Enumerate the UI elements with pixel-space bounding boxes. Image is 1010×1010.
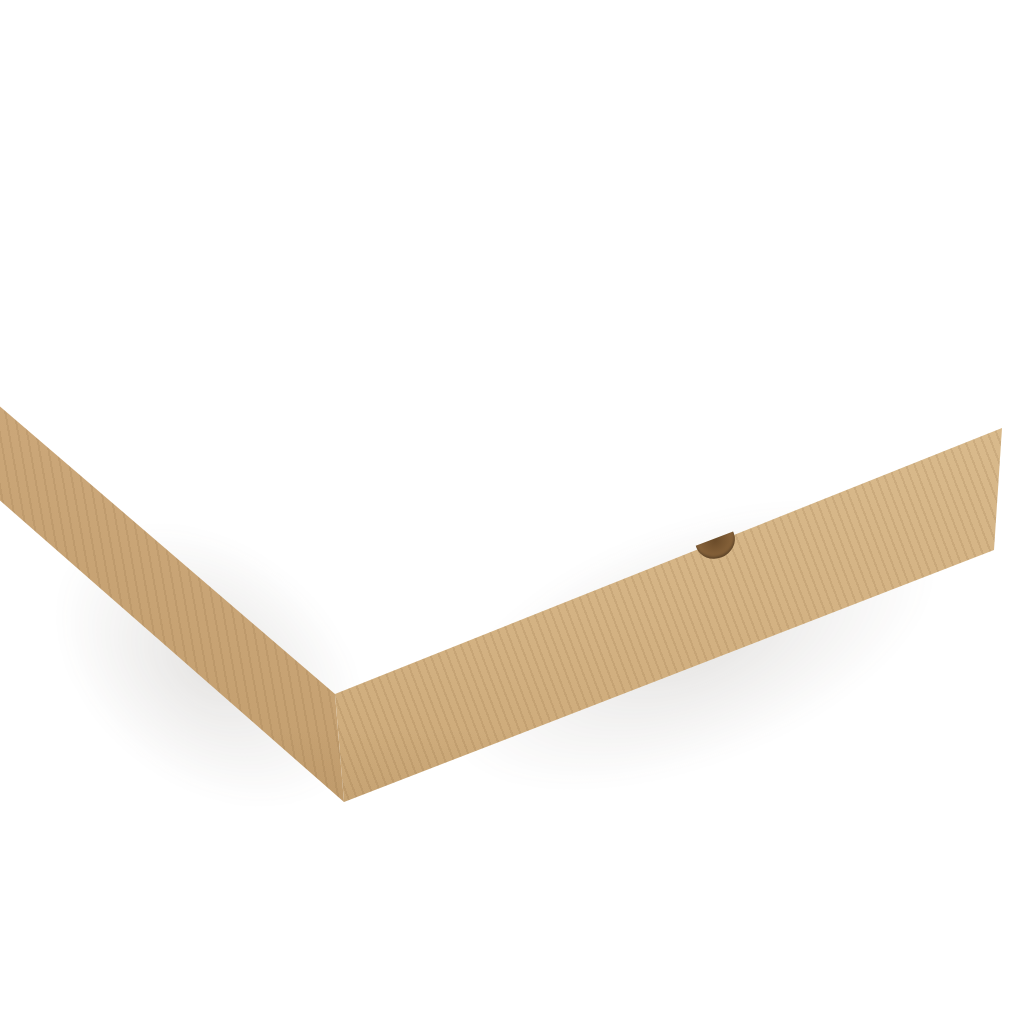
piece-black-pawn-g6[interactable] xyxy=(0,920,52,1004)
piece-black-pawn-h7[interactable] xyxy=(0,838,51,920)
piece-white-pawn-b7[interactable] xyxy=(0,100,53,186)
piece-white-pawn-a6[interactable] xyxy=(0,186,56,276)
piece-black-pawn-h8[interactable] xyxy=(0,758,50,838)
piece-black-pawn-h5[interactable] xyxy=(0,1004,53,1010)
chess-set-photo xyxy=(0,0,1010,1010)
piece-white-rook-a8[interactable] xyxy=(0,0,62,100)
piece-white-bishop-a3[interactable] xyxy=(0,276,64,380)
